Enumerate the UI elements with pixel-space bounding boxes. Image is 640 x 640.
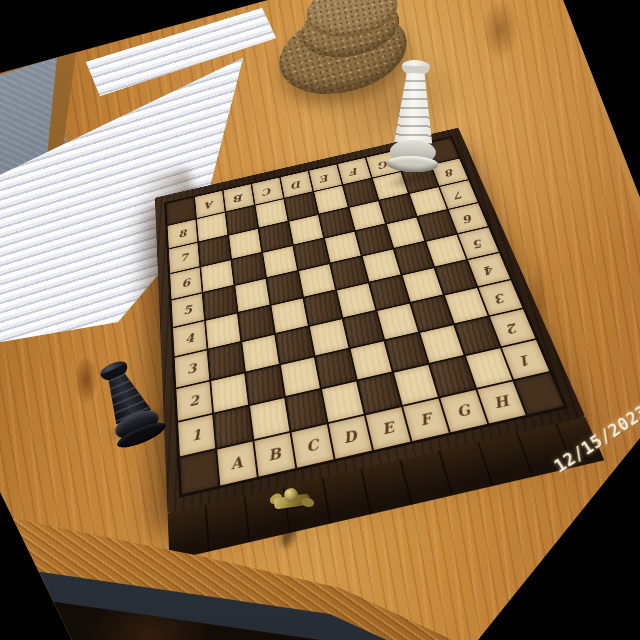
white-piece[interactable] bbox=[386, 59, 442, 181]
coord-bottom-d: D bbox=[329, 416, 372, 459]
coord-bottom-c: C bbox=[292, 424, 334, 467]
board-corner bbox=[180, 450, 218, 494]
brass-clasp bbox=[270, 481, 315, 522]
coord-bottom-b: B bbox=[254, 433, 295, 477]
coord-bottom-e: E bbox=[366, 407, 411, 450]
photo-area: ABCDEFGH8877665544332211ABCDEFGH 12/15/2… bbox=[0, 0, 640, 640]
white-piece-shaft bbox=[394, 72, 434, 143]
coord-bottom-a: A bbox=[217, 441, 257, 485]
